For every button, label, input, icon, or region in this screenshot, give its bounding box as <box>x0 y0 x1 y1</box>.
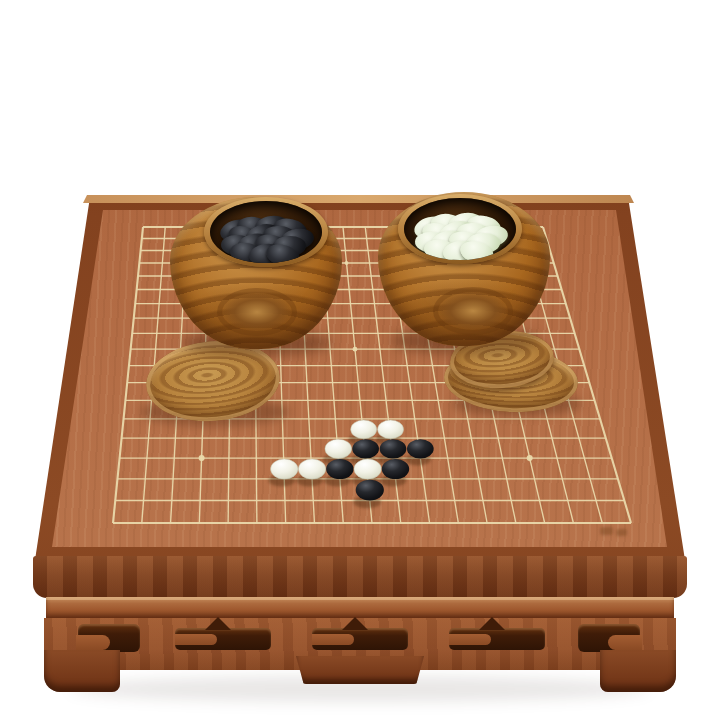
bottle-carving <box>312 634 354 645</box>
stone-black <box>352 439 379 458</box>
foot-right <box>600 650 676 692</box>
notch-carving <box>205 617 231 630</box>
bottle-carving <box>449 634 491 645</box>
stone-black <box>380 439 407 458</box>
apron-cutout-hook-left <box>78 624 140 652</box>
stone-white <box>354 459 381 479</box>
white-stone-bowl <box>378 192 550 346</box>
waist-molding <box>46 597 674 619</box>
stone-white <box>378 420 404 439</box>
hook-carving <box>608 635 642 650</box>
notch-carving <box>342 617 368 630</box>
notch-carving <box>479 617 505 630</box>
bottle-carving <box>175 634 217 645</box>
apron-cutout-slot-1 <box>175 628 271 650</box>
foot-left <box>44 650 120 692</box>
stone-white <box>298 459 325 479</box>
black-stone-bowl <box>170 197 342 349</box>
apron-cutout-hook-right <box>578 624 640 652</box>
bowl-grain-knot <box>438 292 508 330</box>
stone-white <box>325 439 352 458</box>
bowl-grain-knot <box>222 293 292 331</box>
stone-black <box>356 480 384 501</box>
stone-black <box>326 459 353 479</box>
bowl-opening <box>210 201 322 263</box>
maker-mark <box>600 527 627 537</box>
hook-carving <box>76 635 110 650</box>
apron-cutout-slot-3 <box>449 628 545 650</box>
hoshi-point <box>527 455 533 461</box>
hoshi-point <box>353 347 358 352</box>
tabletop-edge <box>33 556 687 598</box>
stone-white <box>351 420 377 439</box>
go-table-photo <box>0 0 720 720</box>
stone-black <box>382 459 409 479</box>
hoshi-point <box>199 455 205 461</box>
hoshi-point <box>345 261 349 265</box>
stone-black <box>407 439 434 458</box>
stone-white <box>271 459 298 479</box>
foot-center-bridge <box>296 656 424 684</box>
apron-cutout-slot-2 <box>312 628 408 650</box>
bowl-opening <box>404 198 516 260</box>
stones-on-board <box>268 420 433 508</box>
